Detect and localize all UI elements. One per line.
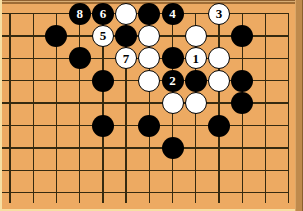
grid-line-vertical [218,13,219,204]
move-number-label: 7 [123,52,130,65]
move-number-label: 4 [169,7,176,20]
stone-white [208,70,230,92]
stone-white-move-1: 1 [185,47,207,69]
grid-line-vertical [9,13,10,204]
grid-line-vertical [33,13,34,204]
stone-black-move-4: 4 [162,3,184,25]
stone-black [185,70,207,92]
stone-black [208,115,230,137]
stone-white-move-3: 3 [208,3,230,25]
move-number-label: 3 [216,7,223,20]
stone-white [138,25,160,47]
stone-black-move-2: 2 [162,70,184,92]
move-number-label: 1 [193,52,200,65]
grid-line-vertical [79,13,80,204]
stone-black [162,47,184,69]
stone-white [115,3,137,25]
grid-line-vertical [288,13,289,204]
move-number-label: 8 [76,7,83,20]
stone-white [138,47,160,69]
stone-black [138,3,160,25]
stone-white-move-5: 5 [92,25,114,47]
stone-black [138,115,160,137]
move-number-label: 5 [100,29,107,42]
stone-black [92,115,114,137]
board-edge-right [295,0,303,211]
stone-black [69,47,91,69]
stone-white [185,25,207,47]
move-number-label: 6 [100,7,107,20]
go-board: 86435712 [2,4,295,209]
stone-black-move-8: 8 [69,3,91,25]
stone-black [231,25,253,47]
stone-white-move-7: 7 [115,47,137,69]
stone-black [231,92,253,114]
stone-black [92,70,114,92]
stone-white [208,47,230,69]
stone-black [162,137,184,159]
go-diagram: 86435712 [0,0,303,211]
grid-line-horizontal [2,170,289,171]
stone-white [162,92,184,114]
stone-white [185,92,207,114]
stone-black [231,70,253,92]
stone-black [115,25,137,47]
stone-white [138,70,160,92]
stone-black-move-6: 6 [92,3,114,25]
grid-line-vertical [265,13,266,204]
grid-line-horizontal [2,192,289,193]
board-edge-bottom [0,209,303,211]
grid-line-horizontal [2,147,289,148]
move-number-label: 2 [169,74,176,87]
stone-black [45,25,67,47]
